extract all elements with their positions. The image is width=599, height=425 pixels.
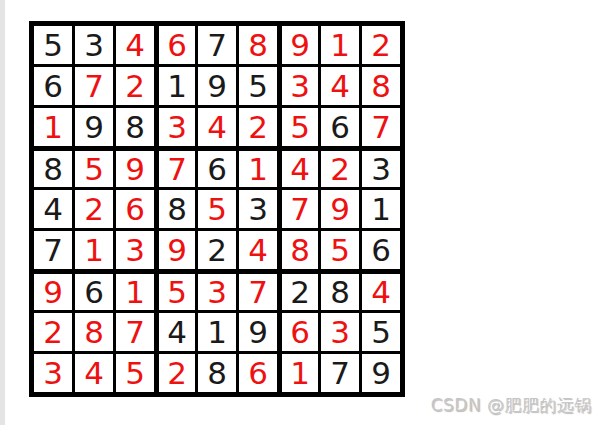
cell-r9c2: 4 bbox=[75, 354, 113, 392]
cell-r9c1: 3 bbox=[34, 354, 72, 392]
cell-r2c4: 1 bbox=[157, 67, 195, 105]
cell-r3c7: 5 bbox=[280, 108, 318, 146]
cell-r6c8: 5 bbox=[321, 231, 359, 269]
cell-r8c6: 9 bbox=[239, 313, 277, 351]
cell-r3c5: 4 bbox=[198, 108, 236, 146]
cell-r8c9: 5 bbox=[362, 313, 400, 351]
cell-r6c7: 8 bbox=[280, 231, 318, 269]
cell-r2c8: 4 bbox=[321, 67, 359, 105]
cell-r5c2: 2 bbox=[75, 190, 113, 228]
cell-r7c6: 7 bbox=[239, 272, 277, 310]
cell-r2c5: 9 bbox=[198, 67, 236, 105]
cell-r1c3: 4 bbox=[116, 26, 154, 64]
cell-r2c1: 6 bbox=[34, 67, 72, 105]
cell-r5c1: 4 bbox=[34, 190, 72, 228]
cell-r1c7: 9 bbox=[280, 26, 318, 64]
cell-r6c9: 6 bbox=[362, 231, 400, 269]
cell-r9c5: 8 bbox=[198, 354, 236, 392]
cell-r6c4: 9 bbox=[157, 231, 195, 269]
cell-r7c3: 1 bbox=[116, 272, 154, 310]
cell-r2c2: 7 bbox=[75, 67, 113, 105]
cell-r6c2: 1 bbox=[75, 231, 113, 269]
cell-r3c1: 1 bbox=[34, 108, 72, 146]
cell-r4c4: 7 bbox=[157, 149, 195, 187]
cell-r7c2: 6 bbox=[75, 272, 113, 310]
cell-r5c7: 7 bbox=[280, 190, 318, 228]
cell-r9c4: 2 bbox=[157, 354, 195, 392]
cell-r1c8: 1 bbox=[321, 26, 359, 64]
cell-r7c4: 5 bbox=[157, 272, 195, 310]
cell-r4c3: 9 bbox=[116, 149, 154, 187]
watermark: CSDN @肥肥的远锅 bbox=[431, 394, 592, 417]
cell-r6c6: 4 bbox=[239, 231, 277, 269]
cell-r9c3: 5 bbox=[116, 354, 154, 392]
cell-r7c5: 3 bbox=[198, 272, 236, 310]
left-border-strip bbox=[0, 0, 5, 425]
cell-r7c9: 4 bbox=[362, 272, 400, 310]
cell-r7c8: 8 bbox=[321, 272, 359, 310]
cell-r4c7: 4 bbox=[280, 149, 318, 187]
cell-r6c3: 3 bbox=[116, 231, 154, 269]
cell-r4c2: 5 bbox=[75, 149, 113, 187]
cell-r6c1: 7 bbox=[34, 231, 72, 269]
cell-r5c8: 9 bbox=[321, 190, 359, 228]
cell-r3c4: 3 bbox=[157, 108, 195, 146]
cell-r2c3: 2 bbox=[116, 67, 154, 105]
cell-r4c6: 1 bbox=[239, 149, 277, 187]
cell-r4c8: 2 bbox=[321, 149, 359, 187]
cell-r1c4: 6 bbox=[157, 26, 195, 64]
cell-r8c2: 8 bbox=[75, 313, 113, 351]
cell-r2c9: 8 bbox=[362, 67, 400, 105]
cell-r6c5: 2 bbox=[198, 231, 236, 269]
cell-r3c8: 6 bbox=[321, 108, 359, 146]
cell-r8c8: 3 bbox=[321, 313, 359, 351]
cell-r4c1: 8 bbox=[34, 149, 72, 187]
cell-r4c9: 3 bbox=[362, 149, 400, 187]
cell-r5c3: 6 bbox=[116, 190, 154, 228]
cell-r2c7: 3 bbox=[280, 67, 318, 105]
cell-r3c2: 9 bbox=[75, 108, 113, 146]
cell-r1c9: 2 bbox=[362, 26, 400, 64]
cell-r8c1: 2 bbox=[34, 313, 72, 351]
cell-r1c5: 7 bbox=[198, 26, 236, 64]
cell-r8c7: 6 bbox=[280, 313, 318, 351]
cell-r9c8: 7 bbox=[321, 354, 359, 392]
cell-r8c3: 7 bbox=[116, 313, 154, 351]
cell-r5c9: 1 bbox=[362, 190, 400, 228]
cell-r3c6: 2 bbox=[239, 108, 277, 146]
cell-r2c6: 5 bbox=[239, 67, 277, 105]
cell-r5c6: 3 bbox=[239, 190, 277, 228]
cell-r1c2: 3 bbox=[75, 26, 113, 64]
cell-r9c6: 6 bbox=[239, 354, 277, 392]
cell-r1c1: 5 bbox=[34, 26, 72, 64]
cell-r1c6: 8 bbox=[239, 26, 277, 64]
cell-r7c7: 2 bbox=[280, 272, 318, 310]
cell-r5c4: 8 bbox=[157, 190, 195, 228]
page: 5346789126721953481983425678597614234268… bbox=[0, 0, 599, 425]
cell-r8c5: 1 bbox=[198, 313, 236, 351]
cell-r9c9: 9 bbox=[362, 354, 400, 392]
cell-r8c4: 4 bbox=[157, 313, 195, 351]
cell-r9c7: 1 bbox=[280, 354, 318, 392]
cell-r5c5: 5 bbox=[198, 190, 236, 228]
cell-r3c3: 8 bbox=[116, 108, 154, 146]
cell-r3c9: 7 bbox=[362, 108, 400, 146]
cell-r4c5: 6 bbox=[198, 149, 236, 187]
sudoku-board: 5346789126721953481983425678597614234268… bbox=[29, 21, 405, 397]
cell-r7c1: 9 bbox=[34, 272, 72, 310]
